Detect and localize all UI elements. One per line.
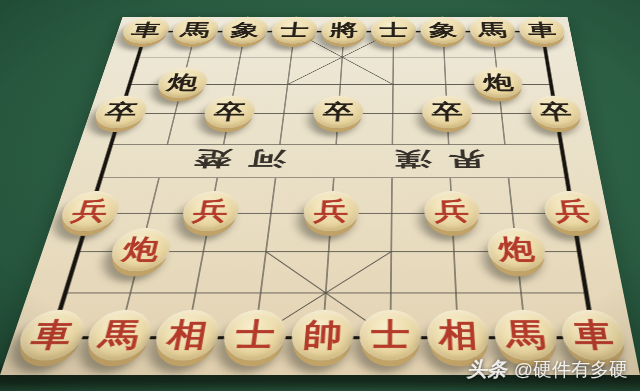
intersection	[212, 44, 268, 70]
intersection: 車	[10, 315, 92, 362]
intersection: 將	[318, 19, 369, 44]
intersection	[249, 129, 309, 161]
intersection	[419, 71, 473, 99]
piece-red-cannon[interactable]: 炮	[107, 228, 175, 271]
piece-red-elephant[interactable]: 相	[151, 310, 222, 361]
intersection	[423, 272, 490, 315]
intersection: 兵	[422, 195, 484, 232]
intersection: 相	[424, 315, 494, 362]
piece-black-cannon[interactable]: 炮	[154, 68, 210, 99]
intersection: 兵	[299, 195, 362, 232]
intersection	[306, 129, 365, 161]
intersection	[366, 71, 420, 99]
intersection	[135, 129, 199, 161]
piece-red-soldier[interactable]: 兵	[56, 191, 123, 231]
piece-black-advisor[interactable]: 士	[270, 17, 319, 44]
intersection: 馬	[79, 315, 158, 362]
piece-red-elephant[interactable]: 相	[427, 310, 491, 361]
intersection: 象	[418, 19, 469, 44]
intersection	[420, 129, 478, 161]
intersection	[476, 129, 536, 161]
intersection	[367, 44, 419, 70]
intersection	[291, 272, 359, 315]
intersection	[66, 161, 135, 195]
piece-red-advisor[interactable]: 士	[220, 310, 288, 361]
piece-red-horse[interactable]: 馬	[493, 310, 560, 361]
piece-red-chariot[interactable]: 車	[559, 310, 629, 361]
intersection	[205, 71, 263, 99]
intersection	[259, 71, 315, 99]
intersection: 車	[516, 19, 570, 44]
intersection: 相	[148, 315, 225, 362]
intersection	[362, 161, 421, 195]
xiangqi-board: 楚河 漢界 車馬象士將士象馬車炮炮卒卒卒卒卒兵兵兵兵兵炮炮車馬相士帥士相馬車	[0, 17, 640, 375]
intersection	[115, 195, 185, 232]
piece-red-general[interactable]: 帥	[289, 310, 354, 361]
intersection	[238, 195, 303, 232]
intersection: 卒	[88, 99, 152, 129]
intersection: 士	[217, 315, 291, 362]
intersection	[519, 44, 575, 70]
intersection	[303, 161, 364, 195]
intersection	[225, 272, 296, 315]
intersection	[77, 129, 143, 161]
intersection	[422, 232, 487, 272]
piece-red-horse[interactable]: 馬	[82, 310, 156, 361]
intersection	[421, 161, 481, 195]
intersection: 士	[356, 315, 425, 362]
intersection: 馬	[467, 19, 519, 44]
intersection	[359, 232, 423, 272]
piece-red-soldier[interactable]: 兵	[179, 191, 242, 231]
intersection	[263, 44, 317, 70]
intersection	[531, 129, 593, 161]
piece-black-advisor[interactable]: 士	[370, 17, 416, 44]
intersection: 卒	[310, 99, 367, 129]
piece-black-horse[interactable]: 馬	[469, 17, 517, 44]
intersection	[295, 232, 360, 272]
piece-black-soldier[interactable]: 卒	[422, 95, 473, 128]
watermark-handle: @硬件有多硬	[514, 359, 628, 380]
piece-black-elephant[interactable]: 象	[420, 17, 467, 44]
intersection: 炮	[152, 71, 212, 99]
intersection	[365, 99, 420, 129]
intersection	[92, 272, 168, 315]
intersection: 士	[368, 19, 418, 44]
intersection	[361, 195, 422, 232]
piece-black-general[interactable]: 將	[320, 17, 367, 44]
piece-black-cannon[interactable]: 炮	[473, 68, 524, 99]
piece-black-soldier[interactable]: 卒	[312, 95, 364, 128]
intersection	[357, 272, 423, 315]
piece-black-soldier[interactable]: 卒	[201, 95, 257, 128]
intersection	[98, 71, 159, 99]
intersection	[313, 71, 368, 99]
intersection: 卒	[420, 99, 476, 129]
intersection	[108, 44, 167, 70]
intersection: 象	[217, 19, 271, 44]
intersection: 炮	[484, 232, 551, 272]
intersection: 炮	[104, 232, 177, 272]
intersection	[192, 129, 254, 161]
intersection	[40, 232, 115, 272]
intersection: 馬	[490, 315, 563, 362]
intersection	[478, 161, 540, 195]
intersection	[473, 99, 531, 129]
intersection: 卒	[527, 99, 586, 129]
intersection	[125, 161, 192, 195]
watermark-brand: 头条	[467, 358, 507, 380]
intersection: 車	[117, 19, 174, 44]
intersection	[535, 161, 599, 195]
intersection: 兵	[53, 195, 125, 232]
intersection	[168, 232, 238, 272]
intersection: 兵	[176, 195, 243, 232]
intersection	[231, 232, 299, 272]
piece-red-soldier[interactable]: 兵	[424, 191, 481, 231]
piece-black-chariot[interactable]: 車	[119, 17, 173, 44]
intersection	[523, 71, 580, 99]
piece-red-soldier[interactable]: 兵	[302, 191, 360, 231]
intersection: 帥	[286, 315, 357, 362]
intersection: 卒	[199, 99, 259, 129]
intersection	[144, 99, 206, 129]
piece-red-soldier[interactable]: 兵	[542, 191, 604, 231]
piece-red-cannon[interactable]: 炮	[486, 228, 548, 271]
intersection	[487, 272, 557, 315]
intersection	[419, 44, 471, 70]
watermark: 头条@硬件有多硬	[467, 356, 628, 383]
piece-red-chariot[interactable]: 車	[13, 310, 90, 361]
scene: 楚河 漢界 車馬象士將士象馬車炮炮卒卒卒卒卒兵兵兵兵兵炮炮車馬相士帥士相馬車 头…	[0, 0, 640, 391]
intersection: 車	[557, 315, 633, 362]
piece-black-elephant[interactable]: 象	[220, 17, 270, 44]
piece-black-soldier[interactable]: 卒	[91, 95, 151, 128]
intersection	[364, 129, 421, 161]
intersection	[545, 232, 614, 272]
intersection	[244, 161, 307, 195]
piece-black-horse[interactable]: 馬	[169, 17, 221, 44]
intersection	[551, 272, 623, 315]
intersection	[254, 99, 312, 129]
intersection	[25, 272, 103, 315]
intersection: 馬	[167, 19, 223, 44]
intersection	[481, 195, 545, 232]
intersection	[158, 272, 231, 315]
intersection: 士	[268, 19, 321, 44]
piece-red-advisor[interactable]: 士	[359, 310, 422, 361]
piece-black-chariot[interactable]: 車	[517, 17, 567, 44]
piece-black-soldier[interactable]: 卒	[529, 95, 584, 128]
intersection	[184, 161, 249, 195]
intersection	[315, 44, 368, 70]
intersection: 炮	[471, 71, 527, 99]
intersection: 兵	[540, 195, 607, 232]
